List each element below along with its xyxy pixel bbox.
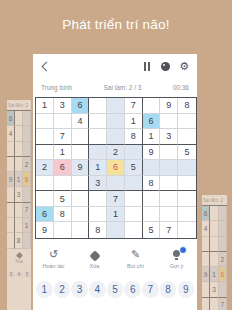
sudoku-cell-r4c6[interactable] bbox=[125, 145, 143, 161]
palette-icon[interactable] bbox=[161, 62, 170, 71]
sudoku-cell-r6c5[interactable] bbox=[107, 176, 125, 192]
sudoku-cell-r5c6[interactable]: 5 bbox=[125, 160, 143, 176]
status-bar: Trung bình Sai lầm: 2 / 3 00:36 bbox=[41, 84, 189, 91]
sudoku-cell-r1c1[interactable]: 1 bbox=[36, 98, 54, 114]
sudoku-cell-r5c1[interactable]: 2 bbox=[36, 160, 54, 176]
sudoku-cell-r9c3[interactable] bbox=[72, 222, 90, 238]
back-icon[interactable] bbox=[42, 61, 52, 71]
sudoku-cell-r2c3[interactable]: 4 bbox=[72, 114, 90, 130]
sudoku-cell-r1c7[interactable] bbox=[143, 98, 161, 114]
tool-row: ↺ Hoàn tác Xóa ✎ Bút chì Gợi ý bbox=[33, 248, 197, 274]
number-pad: 123456789 bbox=[36, 281, 194, 298]
sudoku-cell-r2c7[interactable]: 6 bbox=[143, 114, 161, 130]
sudoku-cell-r3c4[interactable] bbox=[89, 129, 107, 145]
sudoku-cell-r7c4[interactable] bbox=[89, 191, 107, 207]
sudoku-cell-r5c8[interactable] bbox=[160, 160, 178, 176]
pencil-button[interactable]: ✎ Bút chì bbox=[118, 248, 154, 274]
sudoku-cell-r9c6[interactable] bbox=[125, 222, 143, 238]
sudoku-cell-r2c5[interactable] bbox=[107, 114, 125, 130]
sudoku-cell-r9c1[interactable]: 9 bbox=[36, 222, 54, 238]
sudoku-cell-r4c9[interactable]: 5 bbox=[178, 145, 196, 161]
sudoku-cell-r1c8[interactable]: 9 bbox=[160, 98, 178, 114]
sudoku-cell-r3c8[interactable]: 3 bbox=[160, 129, 178, 145]
sudoku-cell-r2c9[interactable] bbox=[178, 114, 196, 130]
timer: 00:36 bbox=[173, 84, 189, 91]
sudoku-cell-r3c3[interactable] bbox=[72, 129, 90, 145]
sudoku-cell-r1c6[interactable]: 7 bbox=[125, 98, 143, 114]
sudoku-cell-r5c7[interactable] bbox=[143, 160, 161, 176]
sudoku-cell-r2c1[interactable] bbox=[36, 114, 54, 130]
sudoku-cell-r8c3[interactable] bbox=[72, 207, 90, 223]
sudoku-cell-r6c7[interactable]: 8 bbox=[143, 176, 161, 192]
sudoku-cell-r5c4[interactable]: 1 bbox=[89, 160, 107, 176]
sudoku-cell-r7c6[interactable] bbox=[125, 191, 143, 207]
sudoku-cell-r4c7[interactable]: 9 bbox=[143, 145, 161, 161]
sudoku-cell-r2c6[interactable]: 1 bbox=[125, 114, 143, 130]
sudoku-cell-r4c3[interactable] bbox=[72, 145, 90, 161]
numpad-key-6[interactable]: 6 bbox=[124, 281, 141, 298]
sudoku-cell-r8c8[interactable] bbox=[160, 207, 178, 223]
hint-button[interactable]: Gợi ý bbox=[159, 248, 195, 274]
numpad-key-7[interactable]: 7 bbox=[142, 281, 159, 298]
sudoku-cell-r9c7[interactable]: 5 bbox=[143, 222, 161, 238]
sudoku-cell-r8c7[interactable] bbox=[143, 207, 161, 223]
sudoku-cell-r4c4[interactable] bbox=[89, 145, 107, 161]
undo-icon: ↺ bbox=[49, 248, 58, 261]
eraser-icon bbox=[91, 248, 99, 261]
sudoku-cell-r8c5[interactable]: 1 bbox=[107, 207, 125, 223]
mistakes-counter: Sai lầm: 2 / 3 bbox=[103, 84, 141, 91]
sudoku-cell-r3c2[interactable]: 7 bbox=[54, 129, 72, 145]
sudoku-cell-r7c3[interactable] bbox=[72, 191, 90, 207]
sudoku-cell-r3c9[interactable] bbox=[178, 129, 196, 145]
numpad-key-3[interactable]: 3 bbox=[71, 281, 88, 298]
sudoku-cell-r3c1[interactable] bbox=[36, 129, 54, 145]
sudoku-cell-r1c5[interactable] bbox=[107, 98, 125, 114]
hint-badge bbox=[179, 246, 187, 254]
numpad-key-2[interactable]: 2 bbox=[54, 281, 71, 298]
sudoku-cell-r1c3[interactable]: 6 bbox=[72, 98, 90, 114]
promo-title: Phát triển trí não! bbox=[0, 17, 232, 32]
sudoku-cell-r9c9[interactable] bbox=[178, 222, 196, 238]
sudoku-cell-r9c4[interactable]: 8 bbox=[89, 222, 107, 238]
sudoku-cell-r4c2[interactable]: 1 bbox=[54, 145, 72, 161]
sudoku-cell-r8c9[interactable] bbox=[178, 207, 196, 223]
sudoku-cell-r1c9[interactable]: 8 bbox=[178, 98, 196, 114]
sudoku-cell-r7c8[interactable] bbox=[160, 191, 178, 207]
pause-icon[interactable] bbox=[143, 62, 151, 71]
sudoku-cell-r2c4[interactable] bbox=[89, 114, 107, 130]
sudoku-cell-r3c7[interactable]: 1 bbox=[143, 129, 161, 145]
sudoku-cell-r8c1[interactable]: 6 bbox=[36, 207, 54, 223]
sudoku-cell-r6c9[interactable] bbox=[178, 176, 196, 192]
sudoku-cell-r3c6[interactable]: 8 bbox=[125, 129, 143, 145]
numpad-key-4[interactable]: 4 bbox=[89, 281, 106, 298]
sudoku-cell-r7c5[interactable]: 7 bbox=[107, 191, 125, 207]
right-preview-screenshot[interactable]: Sai lầm: 2 64291637 bbox=[202, 195, 227, 310]
sudoku-cell-r1c2[interactable]: 3 bbox=[54, 98, 72, 114]
sudoku-cell-r5c3[interactable]: 9 bbox=[72, 160, 90, 176]
sudoku-cell-r9c2[interactable] bbox=[54, 222, 72, 238]
top-bar: ⚙ bbox=[33, 59, 197, 73]
sudoku-board[interactable]: 1367984167813129526916538576819857 bbox=[35, 97, 197, 239]
left-preview-screenshot[interactable]: Sai lầm: 2 6429163718 Xóa 345 bbox=[7, 100, 31, 310]
sudoku-cell-r6c6[interactable] bbox=[125, 176, 143, 192]
playstore-screenshot: Phát triển trí não! Sai lầm: 2 642916371… bbox=[0, 0, 232, 310]
sudoku-cell-r6c3[interactable] bbox=[72, 176, 90, 192]
sudoku-cell-r8c2[interactable]: 8 bbox=[54, 207, 72, 223]
numpad-key-8[interactable]: 8 bbox=[160, 281, 177, 298]
sudoku-cell-r4c8[interactable] bbox=[160, 145, 178, 161]
sudoku-cell-r4c5[interactable]: 2 bbox=[107, 145, 125, 161]
sudoku-cell-r1c4[interactable] bbox=[89, 98, 107, 114]
pencil-icon: ✎ bbox=[131, 248, 140, 261]
sudoku-cell-r5c2[interactable]: 6 bbox=[54, 160, 72, 176]
sudoku-cell-r7c1[interactable] bbox=[36, 191, 54, 207]
numpad-key-1[interactable]: 1 bbox=[36, 281, 53, 298]
sudoku-cell-r8c4[interactable] bbox=[89, 207, 107, 223]
sudoku-cell-r6c1[interactable] bbox=[36, 176, 54, 192]
erase-button[interactable]: Xóa bbox=[77, 248, 113, 274]
sudoku-cell-r7c7[interactable] bbox=[143, 191, 161, 207]
sudoku-cell-r6c8[interactable] bbox=[160, 176, 178, 192]
sudoku-cell-r4c1[interactable] bbox=[36, 145, 54, 161]
carousel-dim-overlay bbox=[7, 100, 31, 310]
sudoku-cell-r2c2[interactable] bbox=[54, 114, 72, 130]
numpad-key-9[interactable]: 9 bbox=[178, 281, 195, 298]
sudoku-cell-r9c5[interactable] bbox=[107, 222, 125, 238]
carousel-dim-overlay bbox=[202, 195, 227, 310]
gear-icon[interactable]: ⚙ bbox=[179, 61, 189, 72]
sudoku-cell-r7c2[interactable]: 5 bbox=[54, 191, 72, 207]
undo-button[interactable]: ↺ Hoàn tác bbox=[36, 248, 72, 274]
sudoku-cell-r9c8[interactable]: 7 bbox=[160, 222, 178, 238]
sudoku-app-screen: ⚙ Trung bình Sai lầm: 2 / 3 00:36 136798… bbox=[33, 54, 197, 310]
numpad-key-5[interactable]: 5 bbox=[107, 281, 124, 298]
sudoku-cell-r3c5[interactable] bbox=[107, 129, 125, 145]
sudoku-cell-r5c9[interactable] bbox=[178, 160, 196, 176]
sudoku-cell-r2c8[interactable] bbox=[160, 114, 178, 130]
sudoku-cell-r8c6[interactable] bbox=[125, 207, 143, 223]
sudoku-cell-r5c5[interactable]: 6 bbox=[107, 160, 125, 176]
difficulty-label: Trung bình bbox=[41, 84, 72, 91]
sudoku-cell-r6c4[interactable]: 3 bbox=[89, 176, 107, 192]
sudoku-cell-r6c2[interactable] bbox=[54, 176, 72, 192]
sudoku-cell-r7c9[interactable] bbox=[178, 191, 196, 207]
